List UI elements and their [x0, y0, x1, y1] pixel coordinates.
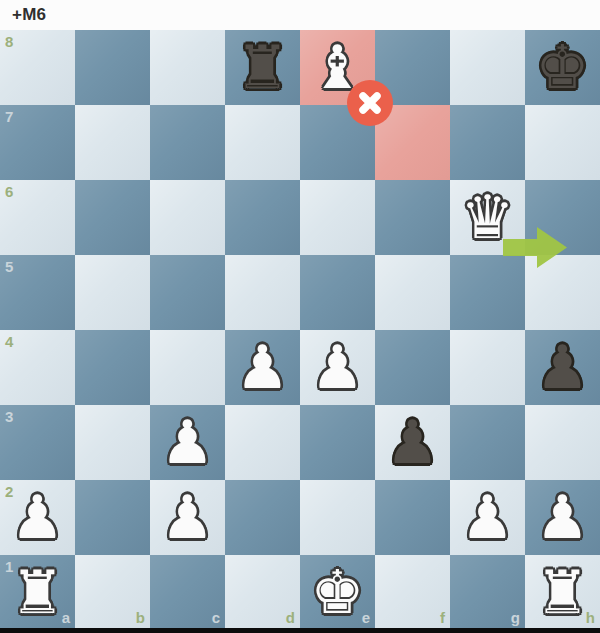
square-g1[interactable]: g: [450, 555, 525, 630]
square-d7[interactable]: [225, 105, 300, 180]
file-label-d: d: [286, 610, 295, 625]
square-f4[interactable]: [375, 330, 450, 405]
square-g5[interactable]: [450, 255, 525, 330]
square-d4[interactable]: ♟: [225, 330, 300, 405]
square-c3[interactable]: ♟: [150, 405, 225, 480]
square-c1[interactable]: c: [150, 555, 225, 630]
square-f3[interactable]: ♟: [375, 405, 450, 480]
square-c7[interactable]: [150, 105, 225, 180]
file-label-b: b: [136, 610, 145, 625]
square-c5[interactable]: [150, 255, 225, 330]
piece-white-rook-a1[interactable]: ♜: [0, 555, 75, 630]
square-h8[interactable]: ♚: [525, 30, 600, 105]
piece-white-queen-g6[interactable]: ♛: [450, 180, 525, 255]
file-label-f: f: [440, 610, 445, 625]
square-e2[interactable]: [300, 480, 375, 555]
piece-white-rook-h1[interactable]: ♜: [525, 555, 600, 630]
square-g7[interactable]: [450, 105, 525, 180]
square-h5[interactable]: [525, 255, 600, 330]
square-g4[interactable]: [450, 330, 525, 405]
square-b3[interactable]: [75, 405, 150, 480]
square-g8[interactable]: [450, 30, 525, 105]
piece-white-pawn-c3[interactable]: ♟: [150, 405, 225, 480]
chess-puzzle-screen: +M6 8♜♝♚76♛54♟♟♟3♟♟2♟♟♟♟1a♜bcde♚fgh♜: [0, 0, 600, 633]
piece-white-pawn-d4[interactable]: ♟: [225, 330, 300, 405]
square-a6[interactable]: 6: [0, 180, 75, 255]
file-label-g: g: [511, 610, 520, 625]
square-a2[interactable]: 2♟: [0, 480, 75, 555]
square-f1[interactable]: f: [375, 555, 450, 630]
square-g3[interactable]: [450, 405, 525, 480]
square-c4[interactable]: [150, 330, 225, 405]
rank-label-5: 5: [5, 259, 13, 274]
square-c2[interactable]: ♟: [150, 480, 225, 555]
square-h7[interactable]: [525, 105, 600, 180]
square-a4[interactable]: 4: [0, 330, 75, 405]
rank-label-4: 4: [5, 334, 13, 349]
square-d3[interactable]: [225, 405, 300, 480]
square-b6[interactable]: [75, 180, 150, 255]
square-e1[interactable]: e♚: [300, 555, 375, 630]
square-b1[interactable]: b: [75, 555, 150, 630]
piece-white-pawn-e4[interactable]: ♟: [300, 330, 375, 405]
square-d8[interactable]: ♜: [225, 30, 300, 105]
chess-board[interactable]: 8♜♝♚76♛54♟♟♟3♟♟2♟♟♟♟1a♜bcde♚fgh♜: [0, 30, 600, 630]
rank-label-6: 6: [5, 184, 13, 199]
square-e4[interactable]: ♟: [300, 330, 375, 405]
bottom-bar: [0, 628, 600, 633]
square-b5[interactable]: [75, 255, 150, 330]
piece-white-pawn-a2[interactable]: ♟: [0, 480, 75, 555]
square-a8[interactable]: 8: [0, 30, 75, 105]
square-a1[interactable]: 1a♜: [0, 555, 75, 630]
piece-white-pawn-h2[interactable]: ♟: [525, 480, 600, 555]
square-a3[interactable]: 3: [0, 405, 75, 480]
square-g2[interactable]: ♟: [450, 480, 525, 555]
piece-black-pawn-h4[interactable]: ♟: [525, 330, 600, 405]
square-h3[interactable]: [525, 405, 600, 480]
square-h1[interactable]: h♜: [525, 555, 600, 630]
square-d2[interactable]: [225, 480, 300, 555]
piece-white-pawn-c2[interactable]: ♟: [150, 480, 225, 555]
square-c6[interactable]: [150, 180, 225, 255]
square-b2[interactable]: [75, 480, 150, 555]
rank-label-8: 8: [5, 34, 13, 49]
square-b7[interactable]: [75, 105, 150, 180]
square-h2[interactable]: ♟: [525, 480, 600, 555]
square-e3[interactable]: [300, 405, 375, 480]
square-h6[interactable]: [525, 180, 600, 255]
piece-white-king-e1[interactable]: ♚: [300, 555, 375, 630]
square-b4[interactable]: [75, 330, 150, 405]
piece-white-pawn-g2[interactable]: ♟: [450, 480, 525, 555]
square-b8[interactable]: [75, 30, 150, 105]
square-d5[interactable]: [225, 255, 300, 330]
square-e6[interactable]: [300, 180, 375, 255]
square-d1[interactable]: d: [225, 555, 300, 630]
square-d6[interactable]: [225, 180, 300, 255]
square-a7[interactable]: 7: [0, 105, 75, 180]
piece-black-pawn-f3[interactable]: ♟: [375, 405, 450, 480]
file-label-c: c: [212, 610, 220, 625]
rank-label-3: 3: [5, 409, 13, 424]
piece-black-rook-d8[interactable]: ♜: [225, 30, 300, 105]
evaluation-label: +M6: [12, 5, 46, 25]
square-g6[interactable]: ♛: [450, 180, 525, 255]
rank-label-7: 7: [5, 109, 13, 124]
square-e5[interactable]: [300, 255, 375, 330]
square-f6[interactable]: [375, 180, 450, 255]
square-a5[interactable]: 5: [0, 255, 75, 330]
square-h4[interactable]: ♟: [525, 330, 600, 405]
evaluation-bar: +M6: [0, 0, 600, 30]
square-f5[interactable]: [375, 255, 450, 330]
piece-black-king-h8[interactable]: ♚: [525, 30, 600, 105]
square-c8[interactable]: [150, 30, 225, 105]
square-f2[interactable]: [375, 480, 450, 555]
incorrect-move-icon: [347, 80, 393, 126]
